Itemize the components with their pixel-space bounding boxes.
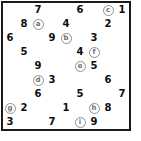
cell-r2c1[interactable] xyxy=(3,17,18,32)
cell-r7c7[interactable] xyxy=(87,87,102,102)
given-digit: 7 xyxy=(119,89,126,99)
cell-r5c4[interactable] xyxy=(45,59,60,74)
given-digit: 8 xyxy=(21,19,28,29)
given-digit: 6 xyxy=(35,89,42,99)
cell-r4c1[interactable] xyxy=(3,45,18,60)
sudoku-board: 76c18a4269b354f9e5d36657g21h837i9 xyxy=(1,1,131,131)
given-digit: 9 xyxy=(49,33,56,43)
cell-r1c2[interactable] xyxy=(17,3,32,18)
cell-r9c7[interactable]: 9 xyxy=(87,115,102,129)
cell-r4c4[interactable] xyxy=(45,45,60,60)
given-digit: 1 xyxy=(119,5,126,15)
given-digit: 1 xyxy=(63,103,70,113)
cell-r4c8[interactable] xyxy=(101,45,116,60)
given-digit: 7 xyxy=(35,5,42,15)
cell-r9c2[interactable] xyxy=(17,115,32,129)
cell-r8c2[interactable]: 2 xyxy=(17,101,32,116)
given-digit: 5 xyxy=(77,89,84,99)
cell-r7c5[interactable] xyxy=(59,87,74,102)
cell-r8c5[interactable]: 1 xyxy=(59,101,74,116)
given-digit: 5 xyxy=(91,61,98,71)
cell-r8c7[interactable]: h xyxy=(87,101,102,116)
circled-letter-i: i xyxy=(75,117,86,128)
circled-letter-g: g xyxy=(5,103,16,114)
cell-r1c1[interactable] xyxy=(3,3,18,18)
given-digit: 6 xyxy=(105,75,112,85)
circled-letter-c: c xyxy=(103,5,114,16)
given-digit: 8 xyxy=(105,103,112,113)
cell-r9c1[interactable]: 3 xyxy=(3,115,18,129)
cell-r2c2[interactable]: 8 xyxy=(17,17,32,32)
cell-r9c9[interactable] xyxy=(115,115,129,129)
cell-r1c5[interactable] xyxy=(59,3,74,18)
cell-r5c7[interactable]: 5 xyxy=(87,59,102,74)
cell-r1c9[interactable]: 1 xyxy=(115,3,129,18)
given-digit: 9 xyxy=(91,117,98,127)
cell-r5c1[interactable] xyxy=(3,59,18,74)
cell-r2c8[interactable]: 2 xyxy=(101,17,116,32)
cell-r1c8[interactable]: c xyxy=(101,3,116,18)
cell-r1c4[interactable] xyxy=(45,3,60,18)
given-digit: 6 xyxy=(7,33,14,43)
cell-r9c4[interactable]: 7 xyxy=(45,115,60,129)
given-digit: 3 xyxy=(91,33,98,43)
given-digit: 5 xyxy=(21,47,28,57)
given-digit: 2 xyxy=(105,19,112,29)
given-digit: 6 xyxy=(77,5,84,15)
cell-r4c7[interactable]: f xyxy=(87,45,102,60)
given-digit: 9 xyxy=(35,61,42,71)
cell-r4c2[interactable]: 5 xyxy=(17,45,32,60)
given-digit: 2 xyxy=(21,103,28,113)
cell-r2c4[interactable] xyxy=(45,17,60,32)
cell-r4c5[interactable] xyxy=(59,45,74,60)
given-digit: 4 xyxy=(63,19,70,29)
cell-r2c7[interactable] xyxy=(87,17,102,32)
given-digit: 4 xyxy=(77,47,84,57)
cell-r2c9[interactable] xyxy=(115,17,129,32)
given-digit: 7 xyxy=(49,117,56,127)
circled-letter-b: b xyxy=(61,33,72,44)
cell-r5c9[interactable] xyxy=(115,59,129,74)
cell-r9c5[interactable] xyxy=(59,115,74,129)
cell-r2c5[interactable]: 4 xyxy=(59,17,74,32)
cell-r7c4[interactable] xyxy=(45,87,60,102)
circled-letter-e: e xyxy=(75,61,86,72)
cell-r7c1[interactable] xyxy=(3,87,18,102)
cell-r8c8[interactable]: 8 xyxy=(101,101,116,116)
cell-r1c7[interactable] xyxy=(87,3,102,18)
cell-r4c9[interactable] xyxy=(115,45,129,60)
cell-r5c5[interactable] xyxy=(59,59,74,74)
cell-r5c8[interactable] xyxy=(101,59,116,74)
cell-r5c2[interactable] xyxy=(17,59,32,74)
circled-letter-f: f xyxy=(89,47,100,58)
cell-r8c1[interactable]: g xyxy=(3,101,18,116)
given-digit: 3 xyxy=(7,117,14,127)
cell-r8c9[interactable] xyxy=(115,101,129,116)
circled-letter-d: d xyxy=(33,75,44,86)
cell-r7c8[interactable] xyxy=(101,87,116,102)
cell-r8c4[interactable] xyxy=(45,101,60,116)
given-digit: 3 xyxy=(49,75,56,85)
cell-r7c9[interactable]: 7 xyxy=(115,87,129,102)
circled-letter-a: a xyxy=(33,19,44,30)
cell-r9c8[interactable] xyxy=(101,115,116,129)
circled-letter-h: h xyxy=(89,103,100,114)
cell-r7c2[interactable] xyxy=(17,87,32,102)
